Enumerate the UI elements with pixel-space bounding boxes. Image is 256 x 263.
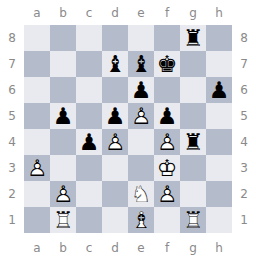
black-pawn-glyph: ♟	[206, 77, 232, 103]
square-a1[interactable]	[24, 207, 50, 233]
rank-label-right-4: 4	[232, 129, 256, 155]
rank-label-right-3: 3	[232, 155, 256, 181]
rank-label-right-5: 5	[232, 103, 256, 129]
piece-black-pawn[interactable]: ♟	[76, 129, 102, 155]
square-b7[interactable]	[50, 51, 76, 77]
piece-white-rook[interactable]: ♜♖	[50, 207, 76, 233]
black-king-glyph: ♚	[154, 51, 180, 77]
square-f5[interactable]: ♟	[154, 103, 180, 129]
piece-black-pawn[interactable]: ♟	[206, 77, 232, 103]
square-g3[interactable]	[180, 155, 206, 181]
rank-label-left-3: 3	[0, 155, 24, 181]
square-e1[interactable]: ♝♗	[128, 207, 154, 233]
file-label-top-d: d	[102, 0, 128, 25]
square-f2[interactable]: ♟♙	[154, 181, 180, 207]
piece-white-pawn[interactable]: ♟♙	[128, 103, 154, 129]
file-label-top-e: e	[128, 0, 154, 25]
square-d8[interactable]	[102, 25, 128, 51]
square-a3[interactable]: ♟♙	[24, 155, 50, 181]
piece-white-rook[interactable]: ♜♖	[180, 207, 206, 233]
square-a8[interactable]	[24, 25, 50, 51]
square-d2[interactable]	[102, 181, 128, 207]
white-king-glyph: ♔	[154, 155, 180, 181]
white-pawn-glyph: ♙	[154, 129, 180, 155]
black-pawn-glyph: ♟	[50, 103, 76, 129]
file-label-top-a: a	[24, 0, 50, 25]
piece-black-rook[interactable]: ♜	[180, 25, 206, 51]
square-d3[interactable]	[102, 155, 128, 181]
board-margin-corner	[232, 233, 256, 263]
white-pawn-glyph: ♙	[154, 181, 180, 207]
white-rook-glyph: ♖	[50, 207, 76, 233]
square-h1[interactable]	[206, 207, 232, 233]
rank-label-left-1: 1	[0, 207, 24, 233]
black-pawn-glyph: ♟	[128, 77, 154, 103]
square-f4[interactable]: ♟♙	[154, 129, 180, 155]
square-f1[interactable]	[154, 207, 180, 233]
file-label-bottom-f: f	[154, 233, 180, 263]
piece-black-pawn[interactable]: ♟	[50, 103, 76, 129]
file-label-bottom-g: g	[180, 233, 206, 263]
rank-label-left-7: 7	[0, 51, 24, 77]
piece-white-king[interactable]: ♚♔	[154, 155, 180, 181]
square-c3[interactable]	[76, 155, 102, 181]
piece-black-bishop[interactable]: ♝	[102, 51, 128, 77]
square-b2[interactable]: ♟♙	[50, 181, 76, 207]
file-label-top-b: b	[50, 0, 76, 25]
square-d4[interactable]: ♟♙	[102, 129, 128, 155]
square-e3[interactable]	[128, 155, 154, 181]
square-e6[interactable]: ♟	[128, 77, 154, 103]
file-label-bottom-b: b	[50, 233, 76, 263]
black-bishop-glyph: ♝	[102, 51, 128, 77]
chess-board: abcdefgh8♜87♝♝♚76♟♟65♟♟♟♙♟54♟♟♙♟♙♜43♟♙♚♔…	[0, 0, 256, 263]
square-g2[interactable]	[180, 181, 206, 207]
white-pawn-glyph: ♙	[50, 181, 76, 207]
piece-white-knight[interactable]: ♞♘	[128, 181, 154, 207]
piece-black-bishop[interactable]: ♝	[128, 51, 154, 77]
square-g5[interactable]	[180, 103, 206, 129]
piece-black-king[interactable]: ♚	[154, 51, 180, 77]
rank-label-right-7: 7	[232, 51, 256, 77]
square-d5[interactable]: ♟	[102, 103, 128, 129]
file-label-bottom-d: d	[102, 233, 128, 263]
square-b5[interactable]: ♟	[50, 103, 76, 129]
square-e2[interactable]: ♞♘	[128, 181, 154, 207]
rank-label-right-2: 2	[232, 181, 256, 207]
rank-label-right-8: 8	[232, 25, 256, 51]
square-e8[interactable]	[128, 25, 154, 51]
file-label-top-g: g	[180, 0, 206, 25]
piece-white-pawn[interactable]: ♟♙	[50, 181, 76, 207]
square-b3[interactable]	[50, 155, 76, 181]
square-g7[interactable]	[180, 51, 206, 77]
square-h2[interactable]	[206, 181, 232, 207]
black-pawn-glyph: ♟	[76, 129, 102, 155]
square-g6[interactable]	[180, 77, 206, 103]
square-f3[interactable]: ♚♔	[154, 155, 180, 181]
black-rook-glyph: ♜	[180, 129, 206, 155]
file-label-bottom-e: e	[128, 233, 154, 263]
square-g4[interactable]: ♜	[180, 129, 206, 155]
square-c1[interactable]	[76, 207, 102, 233]
square-f8[interactable]	[154, 25, 180, 51]
square-d6[interactable]	[102, 77, 128, 103]
file-label-bottom-h: h	[206, 233, 232, 263]
black-pawn-glyph: ♟	[102, 103, 128, 129]
square-d7[interactable]: ♝	[102, 51, 128, 77]
white-pawn-glyph: ♙	[24, 155, 50, 181]
black-rook-glyph: ♜	[180, 25, 206, 51]
file-label-top-f: f	[154, 0, 180, 25]
piece-black-pawn[interactable]: ♟	[102, 103, 128, 129]
rank-label-left-4: 4	[0, 129, 24, 155]
piece-white-pawn[interactable]: ♟♙	[154, 129, 180, 155]
square-b1[interactable]: ♜♖	[50, 207, 76, 233]
square-g1[interactable]: ♜♖	[180, 207, 206, 233]
square-d1[interactable]	[102, 207, 128, 233]
rank-label-right-1: 1	[232, 207, 256, 233]
piece-black-rook[interactable]: ♜	[180, 129, 206, 155]
rank-label-left-8: 8	[0, 25, 24, 51]
square-c2[interactable]	[76, 181, 102, 207]
black-pawn-glyph: ♟	[154, 103, 180, 129]
piece-white-pawn[interactable]: ♟♙	[102, 129, 128, 155]
square-c7[interactable]	[76, 51, 102, 77]
square-c5[interactable]	[76, 103, 102, 129]
square-b8[interactable]	[50, 25, 76, 51]
square-h6[interactable]: ♟	[206, 77, 232, 103]
board-margin-corner	[0, 0, 24, 25]
white-rook-glyph: ♖	[180, 207, 206, 233]
black-bishop-glyph: ♝	[128, 51, 154, 77]
square-b6[interactable]	[50, 77, 76, 103]
square-h7[interactable]	[206, 51, 232, 77]
square-e5[interactable]: ♟♙	[128, 103, 154, 129]
square-a5[interactable]	[24, 103, 50, 129]
square-a7[interactable]	[24, 51, 50, 77]
square-a4[interactable]	[24, 129, 50, 155]
piece-white-pawn[interactable]: ♟♙	[24, 155, 50, 181]
file-label-top-c: c	[76, 0, 102, 25]
square-h8[interactable]	[206, 25, 232, 51]
square-e4[interactable]	[128, 129, 154, 155]
rank-label-left-2: 2	[0, 181, 24, 207]
square-f7[interactable]: ♚	[154, 51, 180, 77]
square-b4[interactable]	[50, 129, 76, 155]
square-h3[interactable]	[206, 155, 232, 181]
square-c8[interactable]	[76, 25, 102, 51]
white-pawn-glyph: ♙	[102, 129, 128, 155]
file-label-top-h: h	[206, 0, 232, 25]
square-e7[interactable]: ♝	[128, 51, 154, 77]
board-margin-corner	[0, 233, 24, 263]
board-margin-corner	[232, 0, 256, 25]
square-h5[interactable]	[206, 103, 232, 129]
square-g8[interactable]: ♜	[180, 25, 206, 51]
rank-label-left-6: 6	[0, 77, 24, 103]
square-c4[interactable]: ♟	[76, 129, 102, 155]
square-a6[interactable]	[24, 77, 50, 103]
file-label-bottom-c: c	[76, 233, 102, 263]
rank-label-left-5: 5	[0, 103, 24, 129]
file-label-bottom-a: a	[24, 233, 50, 263]
square-a2[interactable]	[24, 181, 50, 207]
white-knight-glyph: ♘	[128, 181, 154, 207]
square-h4[interactable]	[206, 129, 232, 155]
piece-white-pawn[interactable]: ♟♙	[154, 181, 180, 207]
rank-label-right-6: 6	[232, 77, 256, 103]
white-bishop-glyph: ♗	[128, 207, 154, 233]
white-pawn-glyph: ♙	[128, 103, 154, 129]
piece-black-pawn[interactable]: ♟	[154, 103, 180, 129]
piece-white-bishop[interactable]: ♝♗	[128, 207, 154, 233]
piece-black-pawn[interactable]: ♟	[128, 77, 154, 103]
square-c6[interactable]	[76, 77, 102, 103]
chess-diagram: abcdefgh8♜87♝♝♚76♟♟65♟♟♟♙♟54♟♟♙♟♙♜43♟♙♚♔…	[0, 0, 256, 263]
square-f6[interactable]	[154, 77, 180, 103]
